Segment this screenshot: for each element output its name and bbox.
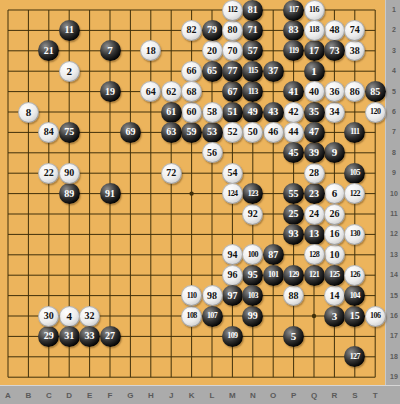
stone-67-M15: 67: [222, 81, 243, 102]
file-label-B: B: [26, 392, 32, 400]
rank-label-17: 17: [390, 332, 398, 340]
stone-25-P9: 25: [283, 204, 304, 225]
stone-96-M6: 96: [222, 265, 243, 286]
file-label-K: K: [189, 392, 195, 400]
rank-label-16: 16: [390, 312, 398, 320]
file-label-M: M: [229, 392, 236, 400]
stone-53-L13: 53: [202, 122, 223, 143]
stone-106-T4: 106: [365, 306, 386, 327]
stone-47-Q13: 47: [304, 122, 325, 143]
rank-label-11: 11: [390, 210, 397, 218]
stone-44-P13: 44: [283, 122, 304, 143]
stone-87-O7: 87: [263, 244, 284, 265]
file-label-O: O: [270, 392, 276, 400]
rank-label-14: 14: [390, 271, 398, 279]
stone-20-L17: 20: [202, 40, 223, 61]
stone-62-J15: 62: [161, 81, 182, 102]
file-labels-strip: ABCDEFGHJKLMNOPQRST: [0, 385, 400, 404]
stone-63-J13: 63: [161, 122, 182, 143]
stone-105-S11: 105: [344, 163, 365, 184]
stone-51-M14: 51: [222, 102, 243, 123]
stone-126-S6: 126: [344, 265, 365, 286]
stone-65-L16: 65: [202, 61, 223, 82]
stone-43-O14: 43: [263, 102, 284, 123]
rank-label-5: 5: [392, 88, 396, 96]
file-label-F: F: [108, 392, 113, 400]
stone-75-D13: 75: [59, 122, 80, 143]
stone-97-M5: 97: [222, 285, 243, 306]
stone-118-Q18: 118: [304, 20, 325, 41]
stone-19-F15: 19: [100, 81, 121, 102]
file-label-C: C: [46, 392, 52, 400]
stone-85-T15: 85: [365, 81, 386, 102]
stone-37-O16: 37: [263, 61, 284, 82]
stone-3-R4: 3: [324, 306, 345, 327]
stone-115-N16: 115: [242, 61, 263, 82]
rank-label-2: 2: [392, 26, 396, 34]
stone-81-N19: 81: [242, 0, 263, 21]
stone-117-P19: 117: [283, 0, 304, 21]
file-label-G: G: [127, 392, 133, 400]
stone-101-O6: 101: [263, 265, 284, 286]
stone-27-F3: 27: [100, 326, 121, 347]
stone-109-M3: 109: [222, 326, 243, 347]
stone-2-D16: 2: [59, 61, 80, 82]
stone-54-M11: 54: [222, 163, 243, 184]
stone-14-R5: 14: [324, 285, 345, 306]
rank-label-7: 7: [392, 128, 396, 136]
rank-label-19: 19: [390, 373, 398, 381]
rank-label-9: 9: [392, 169, 396, 177]
stone-52-M13: 52: [222, 122, 243, 143]
stone-42-P14: 42: [283, 102, 304, 123]
stone-56-L12: 56: [202, 142, 223, 163]
rank-label-8: 8: [392, 149, 396, 157]
stone-33-E3: 33: [79, 326, 100, 347]
stone-40-Q15: 40: [304, 81, 325, 102]
stone-116-Q19: 116: [304, 0, 325, 21]
stone-66-K16: 66: [181, 61, 202, 82]
file-label-A: A: [5, 392, 11, 400]
rank-label-12: 12: [390, 230, 398, 238]
file-label-N: N: [250, 392, 256, 400]
stone-28-Q11: 28: [304, 163, 325, 184]
stone-60-K14: 60: [181, 102, 202, 123]
stone-58-L14: 58: [202, 102, 223, 123]
rank-label-13: 13: [390, 251, 398, 259]
stone-95-N6: 95: [242, 265, 263, 286]
stone-69-G13: 69: [120, 122, 141, 143]
file-label-H: H: [148, 392, 154, 400]
stone-26-R9: 26: [324, 204, 345, 225]
stone-34-R14: 34: [324, 102, 345, 123]
stone-98-L5: 98: [202, 285, 223, 306]
file-label-R: R: [332, 392, 338, 400]
file-label-L: L: [210, 392, 215, 400]
stone-82-K18: 82: [181, 20, 202, 41]
file-label-Q: Q: [311, 392, 317, 400]
stone-24-Q9: 24: [304, 204, 325, 225]
stone-89-D10: 89: [59, 183, 80, 204]
stone-124-M10: 124: [222, 183, 243, 204]
stone-59-K13: 59: [181, 122, 202, 143]
stone-90-D11: 90: [59, 163, 80, 184]
stone-23-Q10: 23: [304, 183, 325, 204]
stone-83-P18: 83: [283, 20, 304, 41]
rank-label-4: 4: [392, 67, 396, 75]
stone-36-R15: 36: [324, 81, 345, 102]
stone-99-N4: 99: [242, 306, 263, 327]
stone-129-P6: 129: [283, 265, 304, 286]
file-label-D: D: [66, 392, 72, 400]
stone-61-J14: 61: [161, 102, 182, 123]
rank-label-15: 15: [390, 292, 398, 300]
stone-5-P3: 5: [283, 326, 304, 347]
stone-77-M16: 77: [222, 61, 243, 82]
stone-16-R8: 16: [324, 224, 345, 245]
stone-35-Q14: 35: [304, 102, 325, 123]
stone-128-Q7: 128: [304, 244, 325, 265]
stone-121-Q6: 121: [304, 265, 325, 286]
rank-label-18: 18: [390, 353, 398, 361]
stone-11-D18: 11: [59, 20, 80, 41]
stone-8-B14: 8: [18, 102, 39, 123]
stone-80-M18: 80: [222, 20, 243, 41]
stone-4-D4: 4: [59, 306, 80, 327]
stone-17-Q17: 17: [304, 40, 325, 61]
stone-112-M19: 112: [222, 0, 243, 21]
stone-31-D3: 31: [59, 326, 80, 347]
stone-13-Q8: 13: [304, 224, 325, 245]
file-label-P: P: [291, 392, 296, 400]
file-label-J: J: [169, 392, 173, 400]
go-board: 12345678910111213141516171819 ABCDEFGHJK…: [0, 0, 400, 404]
rank-labels-strip: 12345678910111213141516171819: [385, 0, 400, 404]
file-label-S: S: [352, 392, 357, 400]
rank-label-10: 10: [390, 190, 398, 198]
stone-107-L4: 107: [202, 306, 223, 327]
stone-92-N9: 92: [242, 204, 263, 225]
stone-39-Q12: 39: [304, 142, 325, 163]
stone-6-R10: 6: [324, 183, 345, 204]
stone-108-K4: 108: [181, 306, 202, 327]
stone-93-P8: 93: [283, 224, 304, 245]
stone-1-Q16: 1: [304, 61, 325, 82]
stone-46-O13: 46: [263, 122, 284, 143]
stone-15-S4: 15: [344, 306, 365, 327]
stone-7-F17: 7: [100, 40, 121, 61]
rank-label-3: 3: [392, 47, 396, 55]
stone-48-R18: 48: [324, 20, 345, 41]
rank-label-6: 6: [392, 108, 396, 116]
stone-125-R6: 125: [324, 265, 345, 286]
stone-32-E4: 32: [79, 306, 100, 327]
rank-label-1: 1: [392, 6, 396, 14]
stone-30-C4: 30: [38, 306, 59, 327]
stone-120-T14: 120: [365, 102, 386, 123]
stone-91-F10: 91: [100, 183, 121, 204]
file-label-T: T: [373, 392, 378, 400]
stone-49-N14: 49: [242, 102, 263, 123]
file-label-E: E: [87, 392, 92, 400]
stone-22-C11: 22: [38, 163, 59, 184]
stone-79-L18: 79: [202, 20, 223, 41]
stone-72-J11: 72: [161, 163, 182, 184]
